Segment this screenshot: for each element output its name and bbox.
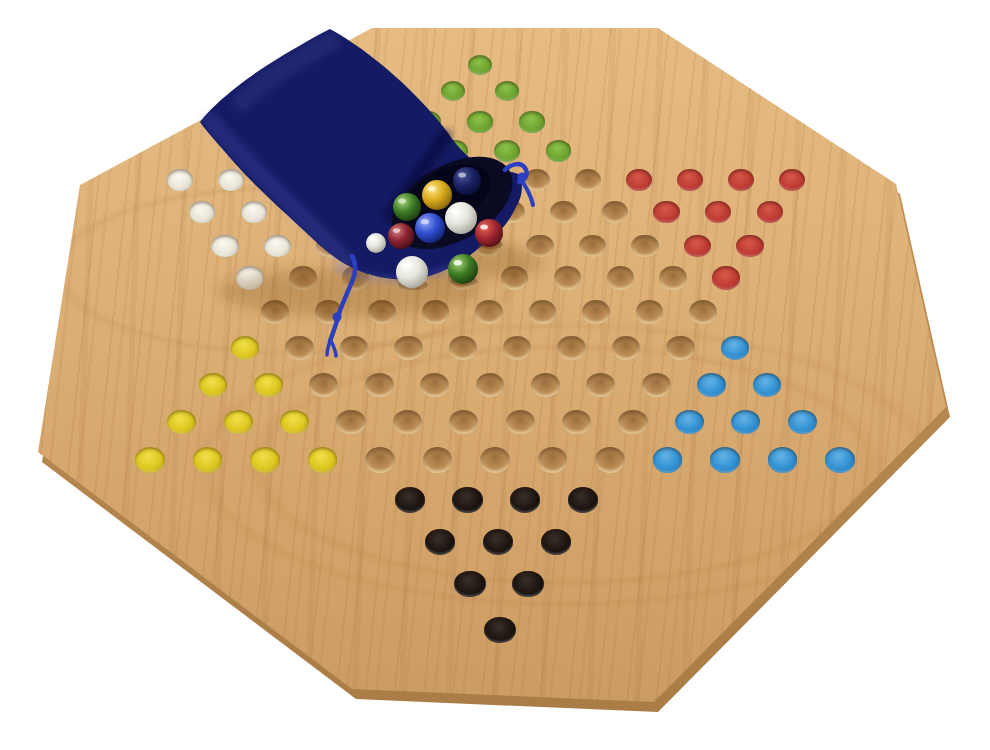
hole-r15-c1-black bbox=[425, 529, 456, 555]
hole-r2-c2-green bbox=[495, 81, 520, 102]
hole-r6-c10-red bbox=[653, 201, 680, 223]
hole-r8-c4-natural bbox=[395, 266, 422, 289]
hole-r15-c3-black bbox=[541, 529, 572, 555]
hole-r14-c1-black bbox=[395, 487, 425, 512]
hole-r10-c10-blue bbox=[721, 336, 749, 360]
hole-r11-c11-blue bbox=[753, 373, 782, 397]
hole-r11-c2-yellow bbox=[254, 373, 283, 397]
hole-r13-c13-blue bbox=[825, 447, 855, 472]
hole-r3-c2-green bbox=[467, 111, 492, 132]
hole-r10-c5-natural bbox=[449, 336, 477, 360]
hole-r7-c3-natural bbox=[316, 235, 343, 258]
hole-r3-c3-green bbox=[519, 111, 544, 132]
hole-r7-c6-natural bbox=[474, 235, 501, 258]
hole-r11-c4-natural bbox=[365, 373, 394, 397]
hole-r8-c6-natural bbox=[501, 266, 528, 289]
hole-r12-c9-natural bbox=[618, 410, 647, 435]
hole-r13-c9-natural bbox=[595, 447, 625, 472]
hole-r9-c3-natural bbox=[368, 300, 396, 323]
hole-r6-c6-natural bbox=[447, 201, 474, 223]
hole-r9-c8-natural bbox=[636, 300, 664, 323]
hole-r12-c12-blue bbox=[788, 410, 817, 435]
hole-r13-c12-blue bbox=[768, 447, 798, 472]
hole-r8-c9-natural bbox=[659, 266, 686, 289]
hole-r5-c3-white bbox=[269, 169, 295, 191]
hole-r6-c12-red bbox=[757, 201, 784, 223]
hole-r12-c10-blue bbox=[675, 410, 704, 435]
hole-r6-c4-natural bbox=[344, 201, 371, 223]
hole-r13-c8-natural bbox=[538, 447, 568, 472]
hole-r13-c6-natural bbox=[423, 447, 453, 472]
hole-r10-c9-natural bbox=[666, 336, 694, 360]
hole-r8-c1-white bbox=[236, 266, 263, 289]
hole-r7-c9-natural bbox=[631, 235, 658, 258]
hole-r4-c4-green bbox=[546, 140, 572, 162]
hole-r8-c5-natural bbox=[448, 266, 475, 289]
hole-r9-c9-natural bbox=[689, 300, 717, 323]
hole-r11-c9-natural bbox=[642, 373, 671, 397]
hole-r5-c12-red bbox=[728, 169, 754, 191]
hole-r16-c1-black bbox=[454, 571, 485, 597]
hole-r9-c4-natural bbox=[422, 300, 450, 323]
hole-r5-c11-red bbox=[677, 169, 703, 191]
hole-r12-c5-natural bbox=[393, 410, 422, 435]
hole-r17-c1-black bbox=[484, 617, 516, 644]
hole-r6-c3-white bbox=[292, 201, 319, 223]
hole-r10-c4-natural bbox=[394, 336, 422, 360]
octagon-game-board bbox=[0, 0, 990, 750]
hole-r9-c6-natural bbox=[529, 300, 557, 323]
hole-r10-c7-natural bbox=[557, 336, 585, 360]
hole-r12-c3-yellow bbox=[280, 410, 309, 435]
hole-r12-c4-natural bbox=[336, 410, 365, 435]
hole-r13-c1-yellow bbox=[135, 447, 165, 472]
hole-r11-c6-natural bbox=[476, 373, 505, 397]
hole-r7-c10-red bbox=[684, 235, 711, 258]
hole-r6-c2-white bbox=[241, 201, 268, 223]
hole-r7-c1-white bbox=[211, 235, 238, 258]
hole-r6-c7-natural bbox=[499, 201, 526, 223]
hole-r4-c1-green bbox=[391, 140, 417, 162]
hole-r9-c2-natural bbox=[315, 300, 343, 323]
hole-r12-c7-natural bbox=[506, 410, 535, 435]
hole-r13-c2-yellow bbox=[193, 447, 223, 472]
hole-r16-c2-black bbox=[512, 571, 543, 597]
hole-r9-c5-natural bbox=[475, 300, 503, 323]
hole-r13-c7-natural bbox=[480, 447, 510, 472]
hole-r6-c8-natural bbox=[550, 201, 577, 223]
hole-r11-c1-yellow bbox=[199, 373, 228, 397]
hole-r5-c7-natural bbox=[473, 169, 499, 191]
hole-r10-c2-natural bbox=[285, 336, 313, 360]
hole-r11-c8-natural bbox=[586, 373, 615, 397]
hole-r8-c10-red bbox=[712, 266, 739, 289]
hole-r7-c8-natural bbox=[579, 235, 606, 258]
hole-r8-c7-natural bbox=[554, 266, 581, 289]
hole-r5-c8-natural bbox=[524, 169, 550, 191]
hole-r5-c1-white bbox=[167, 169, 193, 191]
hole-r11-c3-natural bbox=[309, 373, 338, 397]
hole-r7-c11-red bbox=[736, 235, 763, 258]
hole-r13-c10-blue bbox=[653, 447, 683, 472]
hole-r15-c2-black bbox=[483, 529, 514, 555]
hole-r11-c10-blue bbox=[697, 373, 726, 397]
hole-r13-c4-yellow bbox=[308, 447, 338, 472]
hole-r5-c13-red bbox=[779, 169, 805, 191]
hole-r9-c7-natural bbox=[582, 300, 610, 323]
hole-r10-c1-yellow bbox=[231, 336, 259, 360]
hole-r3-c1-green bbox=[415, 111, 440, 132]
hole-r5-c4-white bbox=[320, 169, 346, 191]
hole-r7-c4-natural bbox=[369, 235, 396, 258]
hole-r5-c10-red bbox=[626, 169, 652, 191]
hole-r7-c5-natural bbox=[421, 235, 448, 258]
hole-r8-c2-natural bbox=[289, 266, 316, 289]
hole-r10-c6-natural bbox=[503, 336, 531, 360]
hole-r12-c11-blue bbox=[731, 410, 760, 435]
hole-r13-c5-natural bbox=[365, 447, 395, 472]
hole-r8-c8-natural bbox=[607, 266, 634, 289]
hole-r13-c11-blue bbox=[710, 447, 740, 472]
product-photo-stage bbox=[0, 0, 990, 750]
hole-r12-c6-natural bbox=[449, 410, 478, 435]
hole-r5-c9-natural bbox=[575, 169, 601, 191]
hole-r14-c4-black bbox=[568, 487, 598, 512]
hole-r10-c8-natural bbox=[612, 336, 640, 360]
hole-r5-c6-natural bbox=[422, 169, 448, 191]
hole-r12-c1-yellow bbox=[167, 410, 196, 435]
hole-r1-c1-green bbox=[468, 55, 492, 75]
hole-r4-c2-green bbox=[442, 140, 468, 162]
hole-r12-c8-natural bbox=[562, 410, 591, 435]
hole-r10-c3-natural bbox=[340, 336, 368, 360]
hole-r9-c1-natural bbox=[261, 300, 289, 323]
hole-r8-c3-natural bbox=[342, 266, 369, 289]
hole-r11-c5-natural bbox=[420, 373, 449, 397]
hole-r6-c5-natural bbox=[395, 201, 422, 223]
hole-r14-c2-black bbox=[452, 487, 482, 512]
hole-r4-c3-green bbox=[494, 140, 520, 162]
hole-r6-c9-natural bbox=[602, 201, 629, 223]
hole-r6-c11-red bbox=[705, 201, 732, 223]
hole-r5-c5-natural bbox=[371, 169, 397, 191]
hole-r2-c1-green bbox=[441, 81, 466, 102]
hole-r7-c7-natural bbox=[526, 235, 553, 258]
hole-r13-c3-yellow bbox=[250, 447, 280, 472]
hole-r6-c1-white bbox=[189, 201, 216, 223]
hole-r12-c2-yellow bbox=[224, 410, 253, 435]
hole-r11-c7-natural bbox=[531, 373, 560, 397]
hole-r7-c2-white bbox=[264, 235, 291, 258]
hole-r14-c3-black bbox=[510, 487, 540, 512]
hole-r5-c2-white bbox=[218, 169, 244, 191]
